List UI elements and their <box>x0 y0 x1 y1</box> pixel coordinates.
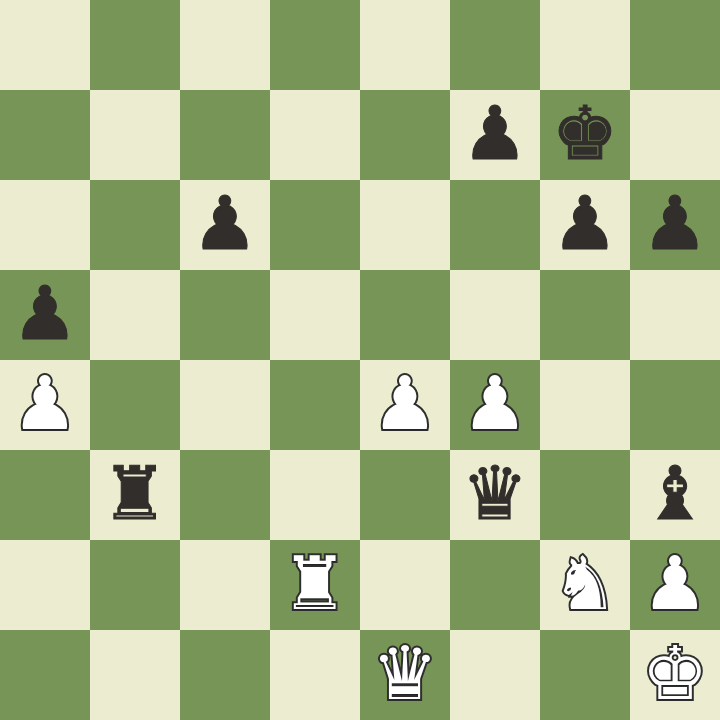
square-c2[interactable] <box>180 540 270 630</box>
square-h1[interactable]: ♚ <box>630 630 720 720</box>
square-d4[interactable] <box>270 360 360 450</box>
square-g5[interactable] <box>540 270 630 360</box>
square-e2[interactable] <box>360 540 450 630</box>
square-b6[interactable] <box>90 180 180 270</box>
square-g7[interactable]: ♚ <box>540 90 630 180</box>
square-d1[interactable] <box>270 630 360 720</box>
black-rook-b3[interactable]: ♜ <box>102 448 168 538</box>
square-c5[interactable] <box>180 270 270 360</box>
square-a1[interactable] <box>0 630 90 720</box>
square-d2[interactable]: ♜ <box>270 540 360 630</box>
square-f6[interactable] <box>450 180 540 270</box>
white-pawn-e4[interactable]: ♟ <box>372 358 438 448</box>
white-pawn-h2[interactable]: ♟ <box>642 538 708 628</box>
square-a2[interactable] <box>0 540 90 630</box>
square-f5[interactable] <box>450 270 540 360</box>
square-g1[interactable] <box>540 630 630 720</box>
black-pawn-g6[interactable]: ♟ <box>552 178 618 268</box>
square-f4[interactable]: ♟ <box>450 360 540 450</box>
black-pawn-a5[interactable]: ♟ <box>12 268 78 358</box>
black-bishop-h3[interactable]: ♝ <box>642 448 708 538</box>
square-e1[interactable]: ♛ <box>360 630 450 720</box>
square-b5[interactable] <box>90 270 180 360</box>
square-b4[interactable] <box>90 360 180 450</box>
square-g2[interactable]: ♞ <box>540 540 630 630</box>
black-pawn-f7[interactable]: ♟ <box>462 88 528 178</box>
square-c1[interactable] <box>180 630 270 720</box>
square-e5[interactable] <box>360 270 450 360</box>
square-c6[interactable]: ♟ <box>180 180 270 270</box>
black-queen-f3[interactable]: ♛ <box>462 448 528 538</box>
square-d3[interactable] <box>270 450 360 540</box>
square-e8[interactable] <box>360 0 450 90</box>
square-c4[interactable] <box>180 360 270 450</box>
square-h8[interactable] <box>630 0 720 90</box>
square-h6[interactable]: ♟ <box>630 180 720 270</box>
square-f3[interactable]: ♛ <box>450 450 540 540</box>
white-knight-g2[interactable]: ♞ <box>552 538 618 628</box>
square-h5[interactable] <box>630 270 720 360</box>
square-b7[interactable] <box>90 90 180 180</box>
square-a3[interactable] <box>0 450 90 540</box>
square-g6[interactable]: ♟ <box>540 180 630 270</box>
white-rook-d2[interactable]: ♜ <box>282 538 348 628</box>
square-g8[interactable] <box>540 0 630 90</box>
square-b2[interactable] <box>90 540 180 630</box>
black-king-g7[interactable]: ♚ <box>552 88 618 178</box>
square-h3[interactable]: ♝ <box>630 450 720 540</box>
square-h4[interactable] <box>630 360 720 450</box>
chess-board: ♟♚♟♟♟♟♟♟♟♜♛♝♜♞♟♛♚ <box>0 0 720 720</box>
square-d6[interactable] <box>270 180 360 270</box>
square-c8[interactable] <box>180 0 270 90</box>
square-f1[interactable] <box>450 630 540 720</box>
square-g4[interactable] <box>540 360 630 450</box>
square-f7[interactable]: ♟ <box>450 90 540 180</box>
white-queen-e1[interactable]: ♛ <box>372 628 438 718</box>
square-a5[interactable]: ♟ <box>0 270 90 360</box>
square-f8[interactable] <box>450 0 540 90</box>
square-d8[interactable] <box>270 0 360 90</box>
square-b8[interactable] <box>90 0 180 90</box>
square-b1[interactable] <box>90 630 180 720</box>
square-a8[interactable] <box>0 0 90 90</box>
black-pawn-h6[interactable]: ♟ <box>642 178 708 268</box>
square-f2[interactable] <box>450 540 540 630</box>
square-b3[interactable]: ♜ <box>90 450 180 540</box>
square-h2[interactable]: ♟ <box>630 540 720 630</box>
square-d7[interactable] <box>270 90 360 180</box>
square-a4[interactable]: ♟ <box>0 360 90 450</box>
square-c7[interactable] <box>180 90 270 180</box>
black-pawn-c6[interactable]: ♟ <box>192 178 258 268</box>
square-e7[interactable] <box>360 90 450 180</box>
square-d5[interactable] <box>270 270 360 360</box>
square-c3[interactable] <box>180 450 270 540</box>
square-e6[interactable] <box>360 180 450 270</box>
square-e3[interactable] <box>360 450 450 540</box>
square-e4[interactable]: ♟ <box>360 360 450 450</box>
square-a6[interactable] <box>0 180 90 270</box>
square-h7[interactable] <box>630 90 720 180</box>
white-king-h1[interactable]: ♚ <box>642 628 708 718</box>
square-a7[interactable] <box>0 90 90 180</box>
white-pawn-f4[interactable]: ♟ <box>462 358 528 448</box>
white-pawn-a4[interactable]: ♟ <box>12 358 78 448</box>
square-g3[interactable] <box>540 450 630 540</box>
